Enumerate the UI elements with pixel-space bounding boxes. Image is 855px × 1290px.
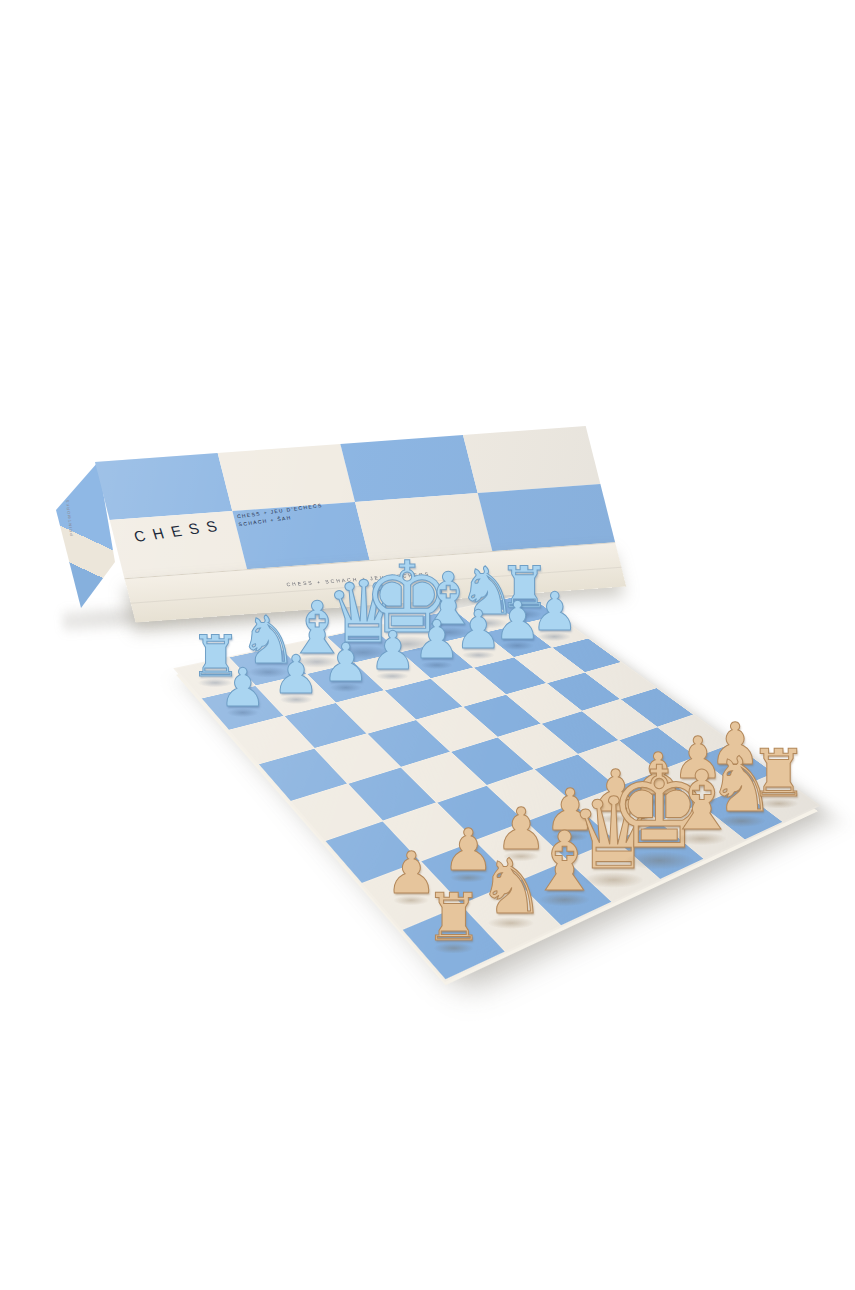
- brand-label: PRINTWORKS: [64, 499, 73, 536]
- pieces-layer: ♜♞♝♛♚♝♞♜♟♟♟♟♟♟♟♟♟♟♟♟♟♟♟♟♜♞♝♛♚♝♞♜: [0, 0, 855, 1290]
- box-checker-cell: [463, 426, 600, 493]
- product-photo: PRINTWORKS CHESS CHESS + JEU D'ECHECS SC…: [0, 0, 855, 1290]
- blue-pawn[interactable]: ♟: [219, 661, 267, 714]
- box-checker-cell: [478, 484, 615, 551]
- blue-pawn[interactable]: ♟: [369, 625, 417, 678]
- blue-pawn[interactable]: ♟: [531, 585, 579, 638]
- blue-pawn[interactable]: ♟: [322, 636, 370, 689]
- wood-rook[interactable]: ♜: [749, 740, 807, 805]
- box-checker-cell: [95, 453, 232, 520]
- box-checker-cell: [340, 435, 477, 502]
- wood-rook[interactable]: ♜: [425, 885, 483, 950]
- box-checker-cell: [218, 444, 355, 511]
- blue-pawn[interactable]: ♟: [272, 648, 320, 701]
- blue-pawn[interactable]: ♟: [413, 614, 461, 667]
